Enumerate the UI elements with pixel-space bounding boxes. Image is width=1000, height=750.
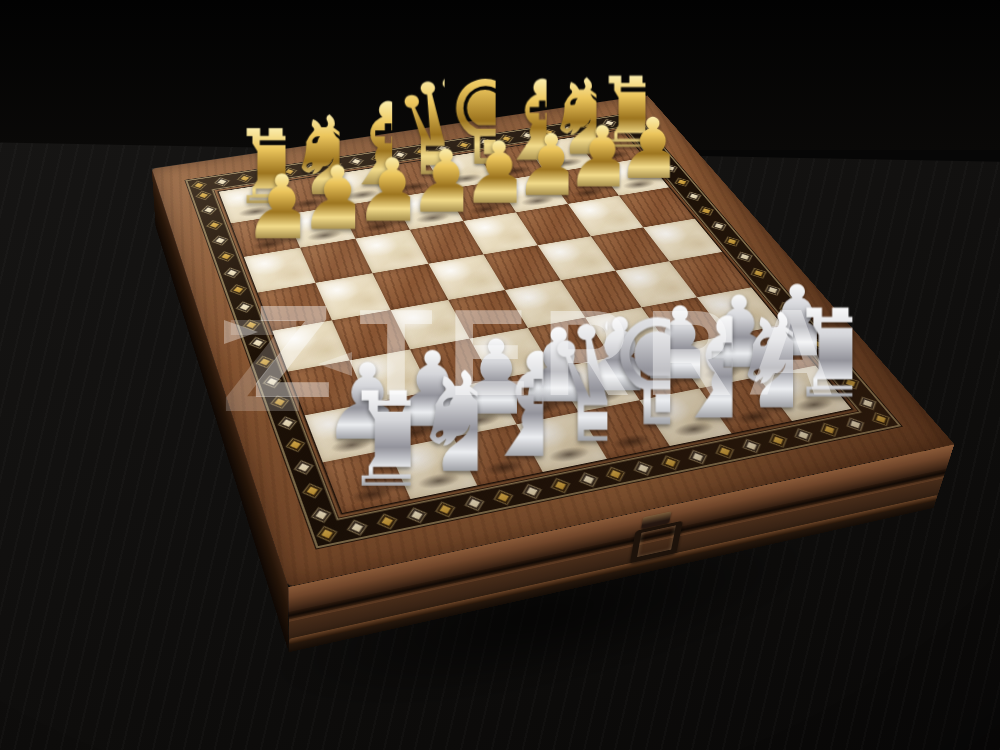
inlay-diamond: [327, 161, 340, 169]
inlay-diamond: [256, 357, 272, 368]
inlay-diamond: [207, 221, 221, 229]
inlay-diamond: [623, 116, 635, 123]
inlay-diamond: [201, 206, 215, 214]
inlay-diamond: [215, 178, 229, 186]
inlay-diamond: [689, 450, 705, 463]
inlay-diamond: [230, 285, 245, 295]
inlay-diamond: [495, 490, 512, 503]
inlay-diamond: [664, 164, 677, 172]
inlay-diamond: [847, 418, 862, 430]
inlay-diamond: [407, 508, 425, 522]
inlay-diamond: [349, 157, 362, 164]
inlay-diamond: [500, 135, 513, 142]
inlay-diamond: [348, 520, 366, 534]
inlay-diamond: [436, 144, 449, 151]
inlay-diamond: [279, 417, 296, 429]
inlay-diamond: [224, 268, 239, 277]
inlay-diamond: [687, 192, 700, 200]
inlay-diamond: [312, 508, 330, 522]
inlay-diamond: [196, 191, 210, 199]
inlay-diamond: [243, 320, 259, 330]
inlay-diamond: [458, 141, 471, 148]
inlay-diamond: [318, 526, 336, 540]
inlay-diamond: [415, 148, 428, 155]
chess-box: ♜♞♝♛♚♝♞♜♟♟♟♟♟♟♟♟♟♟♟♟♟♟♟♟♜♞♝♛♚♝♞♜: [152, 95, 955, 587]
inlay-diamond: [631, 125, 643, 132]
inlay-diamond: [264, 376, 280, 387]
inlay-diamond: [286, 439, 303, 451]
inlay-diamond: [393, 151, 406, 158]
inlay-diamond: [250, 338, 266, 348]
silver-rook-glyph: ♜: [339, 378, 410, 502]
inlay-diamond: [607, 467, 624, 480]
photo-stage: ♜♞♝♛♚♝♞♜♟♟♟♟♟♟♟♟♟♟♟♟♟♟♟♟♜♞♝♛♚♝♞♜ Z: [0, 0, 1000, 750]
inlay-diamond: [238, 174, 252, 182]
inlay-diamond: [260, 171, 274, 179]
inlay-diamond: [378, 514, 396, 528]
inlay-diamond: [822, 423, 838, 435]
inlay-diamond: [675, 178, 688, 186]
inlay-diamond: [236, 302, 251, 312]
inlay-diamond: [699, 207, 712, 215]
inlay-diamond: [603, 119, 615, 126]
inlay-diamond: [437, 502, 455, 516]
inlay-diamond: [652, 151, 665, 158]
scene-3d: ♜♞♝♛♚♝♞♜♟♟♟♟♟♟♟♟♟♟♟♟♟♟♟♟♜♞♝♛♚♝♞♜: [0, 0, 1000, 750]
inlay-diamond: [283, 168, 296, 176]
inlay-diamond: [641, 138, 653, 145]
inlay-diamond: [212, 236, 227, 245]
inlay-diamond: [551, 479, 568, 492]
inlay-diamond: [303, 484, 321, 497]
inlay-diamond: [371, 154, 384, 161]
inlay-diamond: [521, 132, 534, 139]
inlay-diamond: [724, 237, 737, 246]
inlay-diamond: [583, 122, 595, 129]
inlay-diamond: [873, 413, 888, 425]
inlay-diamond: [192, 181, 206, 189]
inlay-diamond: [542, 129, 554, 136]
inlay-diamond: [479, 138, 492, 145]
inlay-diamond: [635, 462, 651, 475]
inlay-diamond: [796, 429, 812, 441]
inlay-diamond: [305, 164, 318, 172]
inlay-diamond: [712, 222, 725, 230]
inlay-diamond: [466, 496, 483, 509]
inlay-diamond: [295, 461, 312, 474]
inlay-diamond: [218, 252, 233, 261]
inlay-diamond: [562, 125, 574, 132]
inlay-diamond: [271, 397, 288, 409]
